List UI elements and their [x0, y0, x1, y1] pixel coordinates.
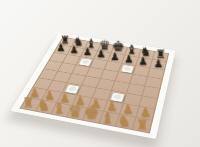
square-d5	[86, 67, 104, 78]
white-marker-tile-c3	[65, 84, 79, 93]
square-h1: ♜	[133, 118, 153, 133]
black-king-e8: ♚	[112, 40, 125, 54]
white-marker-tile-f3	[110, 92, 124, 101]
white-pawn-f2: ♟	[106, 100, 117, 112]
white-rook-a1: ♜	[22, 96, 34, 109]
white-pawn-b2: ♟	[44, 89, 55, 101]
board-grid: ♜♞♝♛♚♝♞♜♟♟♟♟♟♟♟♟♟♟♟♟♟♟♟♟♜♞♝♛♚♝♞♜	[19, 37, 169, 133]
game-board-3d-wrapper: ♜♞♝♛♚♝♞♜♟♟♟♟♟♟♟♟♟♟♟♟♟♟♟♟♜♞♝♛♚♝♞♜	[10, 33, 175, 139]
black-bishop-c8: ♝	[86, 38, 97, 50]
square-b2: ♟	[42, 90, 62, 103]
white-pawn-c2: ♟	[59, 92, 70, 104]
square-h2: ♟	[136, 107, 155, 121]
black-rook-h8: ♜	[155, 49, 165, 60]
board-white-sheet: ♜♞♝♛♚♝♞♜♟♟♟♟♟♟♟♟♟♟♟♟♟♟♟♟♜♞♝♛♚♝♞♜	[10, 33, 175, 139]
square-e5	[101, 70, 119, 81]
white-marker-tile-f6	[121, 65, 134, 73]
white-pawn-a2: ♟	[29, 86, 39, 98]
white-pawn-e2: ♟	[90, 97, 101, 109]
black-rook-a8: ♜	[60, 35, 70, 46]
black-pawn-e7: ♟	[110, 51, 119, 61]
black-queen-d8: ♛	[99, 39, 111, 52]
white-rook-h1: ♜	[135, 117, 147, 131]
white-pawn-d2: ♟	[75, 95, 86, 107]
white-pawn-g2: ♟	[122, 103, 133, 115]
white-bishop-f1: ♝	[101, 110, 114, 125]
photo-scene: ♜♞♝♛♚♝♞♜♟♟♟♟♟♟♟♟♟♟♟♟♟♟♟♟♜♞♝♛♚♝♞♜	[0, 0, 200, 147]
black-knight-g8: ♞	[140, 46, 151, 58]
black-bishop-f8: ♝	[126, 44, 137, 56]
square-a5	[44, 61, 63, 72]
white-marker-tile-c6	[79, 58, 92, 66]
black-knight-b8: ♞	[73, 36, 84, 48]
